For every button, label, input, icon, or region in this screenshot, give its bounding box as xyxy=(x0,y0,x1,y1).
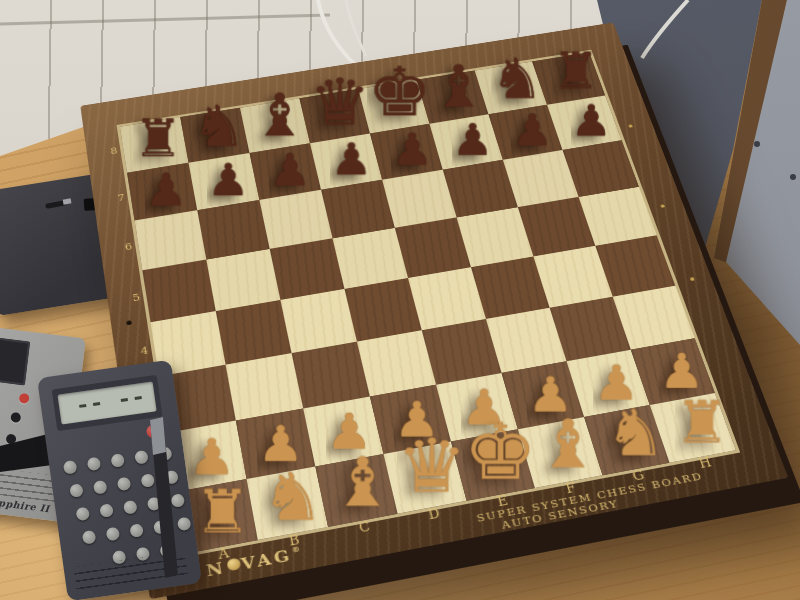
controller-key[interactable] xyxy=(99,503,114,518)
piece-black-king[interactable]: ♚ xyxy=(367,58,431,126)
square-d7[interactable]: ♟ xyxy=(310,133,382,189)
rank-label-7: 7 xyxy=(93,174,129,227)
controller-lcd xyxy=(57,381,156,424)
piece-white-bishop[interactable]: ♝ xyxy=(536,411,600,478)
square-b7[interactable]: ♟ xyxy=(189,153,260,210)
piece-white-knight[interactable]: ♞ xyxy=(261,463,324,529)
square-c1[interactable]: ♝ xyxy=(315,454,397,527)
controller-key[interactable] xyxy=(129,523,144,538)
square-b6[interactable] xyxy=(197,200,269,260)
controller-key[interactable] xyxy=(110,453,125,468)
controller-key[interactable] xyxy=(63,460,78,475)
square-e3[interactable] xyxy=(422,319,502,385)
piece-black-rook[interactable]: ♜ xyxy=(133,113,182,165)
piece-white-knight[interactable]: ♞ xyxy=(604,401,665,465)
controller-key[interactable] xyxy=(69,483,84,498)
controller-key[interactable] xyxy=(82,530,97,545)
square-b1[interactable]: ♞ xyxy=(247,466,328,540)
controller-key[interactable] xyxy=(147,497,162,512)
led-hole xyxy=(126,320,132,325)
lcd-segment xyxy=(135,396,142,400)
rank-label-6: 6 xyxy=(99,222,136,277)
scene: ♜♞♝♛♚♝♞♜♟♟♟♟♟♟♟♟♟♟♟♟♟♟♟♟♜♞♝♛♚♝♞♜ 1234567… xyxy=(0,0,800,600)
square-c7[interactable]: ♟ xyxy=(250,143,322,200)
frame-pin xyxy=(690,277,695,281)
controller-key[interactable] xyxy=(164,470,179,485)
sapphire-key[interactable] xyxy=(10,412,21,423)
panel-hole xyxy=(790,174,796,180)
novag-o-disc xyxy=(226,557,241,571)
piece-white-pawn[interactable]: ♟ xyxy=(188,432,235,482)
rank-label-8: 8 xyxy=(86,128,121,179)
controller-key[interactable] xyxy=(177,517,192,532)
piece-black-pawn[interactable]: ♟ xyxy=(391,128,433,172)
piece-black-queen[interactable]: ♛ xyxy=(309,71,370,135)
square-d1[interactable]: ♛ xyxy=(383,441,466,513)
square-c4[interactable] xyxy=(280,289,357,353)
piece-black-pawn[interactable]: ♟ xyxy=(570,99,611,142)
piece-white-pawn[interactable]: ♟ xyxy=(658,347,704,395)
sapphire-lcd xyxy=(0,337,30,385)
controller-key[interactable] xyxy=(87,457,102,472)
square-b4[interactable] xyxy=(216,300,292,365)
controller-key[interactable] xyxy=(106,527,121,542)
lcd-segment xyxy=(93,402,100,406)
piece-white-rook[interactable]: ♜ xyxy=(674,395,729,453)
piece-black-pawn[interactable]: ♟ xyxy=(207,157,249,202)
piece-white-queen[interactable]: ♛ xyxy=(396,429,466,503)
controller-key[interactable] xyxy=(123,500,138,515)
square-g7[interactable]: ♟ xyxy=(489,105,563,160)
piece-black-knight[interactable]: ♞ xyxy=(490,51,543,107)
piece-white-king[interactable]: ♚ xyxy=(463,412,537,490)
piece-black-pawn[interactable]: ♟ xyxy=(330,137,372,181)
piece-black-bishop[interactable]: ♝ xyxy=(431,58,486,116)
controller-lcd-bezel xyxy=(52,375,163,431)
piece-white-rook[interactable]: ♜ xyxy=(193,483,250,543)
controller-key[interactable] xyxy=(171,493,186,508)
controller-key[interactable] xyxy=(134,450,149,465)
piece-black-pawn[interactable]: ♟ xyxy=(511,108,553,152)
square-b3[interactable] xyxy=(226,353,304,421)
controller-key[interactable] xyxy=(117,477,132,492)
registered-mark: ® xyxy=(291,544,301,555)
piece-white-bishop[interactable]: ♝ xyxy=(330,448,395,516)
square-f7[interactable]: ♟ xyxy=(430,114,503,169)
sapphire-key[interactable] xyxy=(6,434,17,445)
rank-label-5: 5 xyxy=(107,271,145,328)
controller-key[interactable] xyxy=(93,480,108,495)
controller-key[interactable] xyxy=(75,507,90,522)
panel-hole xyxy=(754,141,760,147)
square-e4[interactable] xyxy=(408,267,486,330)
piece-black-rook[interactable]: ♜ xyxy=(551,47,599,97)
square-a6[interactable] xyxy=(135,210,207,270)
sapphire-red-button[interactable] xyxy=(19,393,30,404)
controller-speaker-grille xyxy=(74,552,189,593)
square-c3[interactable] xyxy=(292,342,370,409)
piece-black-pawn[interactable]: ♟ xyxy=(268,147,310,191)
controller-power-button[interactable] xyxy=(146,424,161,439)
lcd-segment xyxy=(121,398,128,402)
controller-key[interactable] xyxy=(140,473,155,488)
square-a7[interactable]: ♟ xyxy=(127,163,197,221)
controller-key[interactable] xyxy=(158,447,173,462)
piece-black-bishop[interactable]: ♝ xyxy=(251,86,307,145)
sapphire-key[interactable] xyxy=(5,456,16,467)
lcd-segment xyxy=(79,404,86,408)
frame-pin xyxy=(660,204,665,208)
controller-key[interactable] xyxy=(153,520,168,535)
square-e7[interactable]: ♟ xyxy=(370,124,443,180)
square-a5[interactable] xyxy=(142,260,215,323)
board-squares: ♜♞♝♛♚♝♞♜♟♟♟♟♟♟♟♟♟♟♟♟♟♟♟♟♜♞♝♛♚♝♞♜ xyxy=(120,52,736,553)
piece-black-pawn[interactable]: ♟ xyxy=(144,167,187,212)
piece-black-pawn[interactable]: ♟ xyxy=(451,118,493,162)
frame-pin xyxy=(628,124,633,128)
piece-black-knight[interactable]: ♞ xyxy=(191,98,245,155)
